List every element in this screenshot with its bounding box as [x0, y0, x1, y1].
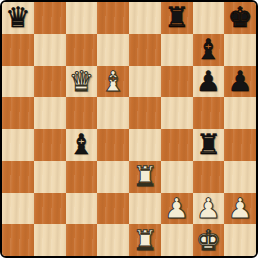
square-h1[interactable] [224, 224, 256, 256]
square-g2[interactable]: ♟ [193, 193, 225, 225]
square-d1[interactable] [97, 224, 129, 256]
square-h4[interactable] [224, 129, 256, 161]
square-g3[interactable] [193, 161, 225, 193]
square-d6[interactable]: ♝ [97, 66, 129, 98]
square-a5[interactable] [2, 97, 34, 129]
piece-black-queen-a8[interactable]: ♛ [5, 2, 30, 33]
square-c4[interactable]: ♝ [66, 129, 98, 161]
square-a6[interactable] [2, 66, 34, 98]
piece-white-bishop-d6[interactable]: ♝ [101, 66, 126, 97]
square-f8[interactable]: ♜ [161, 2, 193, 34]
square-h6[interactable]: ♟ [224, 66, 256, 98]
square-b3[interactable] [34, 161, 66, 193]
square-b4[interactable] [34, 129, 66, 161]
square-g5[interactable] [193, 97, 225, 129]
square-h2[interactable]: ♟ [224, 193, 256, 225]
piece-white-king-g1[interactable]: ♚ [196, 225, 221, 256]
chess-board: ♛♜♚♝♛♝♟♟♝♜♜♟♟♟♜♚ [2, 2, 256, 256]
square-b7[interactable] [34, 34, 66, 66]
piece-white-pawn-g2[interactable]: ♟ [196, 193, 221, 224]
square-h5[interactable] [224, 97, 256, 129]
piece-white-queen-c6[interactable]: ♛ [69, 66, 94, 97]
square-a8[interactable]: ♛ [2, 2, 34, 34]
piece-black-rook-g4[interactable]: ♜ [196, 129, 221, 160]
square-c5[interactable] [66, 97, 98, 129]
piece-white-pawn-h2[interactable]: ♟ [228, 193, 253, 224]
square-f1[interactable] [161, 224, 193, 256]
square-g8[interactable] [193, 2, 225, 34]
square-a2[interactable] [2, 193, 34, 225]
square-h3[interactable] [224, 161, 256, 193]
square-b8[interactable] [34, 2, 66, 34]
square-f7[interactable] [161, 34, 193, 66]
square-d2[interactable] [97, 193, 129, 225]
square-e2[interactable] [129, 193, 161, 225]
square-b6[interactable] [34, 66, 66, 98]
square-b2[interactable] [34, 193, 66, 225]
piece-black-rook-f8[interactable]: ♜ [164, 2, 189, 33]
square-d3[interactable] [97, 161, 129, 193]
piece-white-rook-e1[interactable]: ♜ [132, 225, 157, 256]
square-e1[interactable]: ♜ [129, 224, 161, 256]
square-c1[interactable] [66, 224, 98, 256]
square-e7[interactable] [129, 34, 161, 66]
square-g6[interactable]: ♟ [193, 66, 225, 98]
square-f3[interactable] [161, 161, 193, 193]
square-f6[interactable] [161, 66, 193, 98]
square-h7[interactable] [224, 34, 256, 66]
piece-black-pawn-h6[interactable]: ♟ [228, 66, 253, 97]
square-c2[interactable] [66, 193, 98, 225]
square-e5[interactable] [129, 97, 161, 129]
square-d8[interactable] [97, 2, 129, 34]
square-c8[interactable] [66, 2, 98, 34]
square-c3[interactable] [66, 161, 98, 193]
square-e3[interactable]: ♜ [129, 161, 161, 193]
square-e6[interactable] [129, 66, 161, 98]
square-b5[interactable] [34, 97, 66, 129]
piece-white-pawn-f2[interactable]: ♟ [164, 193, 189, 224]
piece-black-bishop-g7[interactable]: ♝ [196, 34, 221, 65]
square-a7[interactable] [2, 34, 34, 66]
square-e8[interactable] [129, 2, 161, 34]
square-c6[interactable]: ♛ [66, 66, 98, 98]
chess-board-frame: ♛♜♚♝♛♝♟♟♝♜♜♟♟♟♜♚ [0, 0, 258, 258]
piece-black-bishop-c4[interactable]: ♝ [69, 129, 94, 160]
square-f4[interactable] [161, 129, 193, 161]
piece-black-king-h8[interactable]: ♚ [228, 2, 253, 33]
square-a3[interactable] [2, 161, 34, 193]
square-d4[interactable] [97, 129, 129, 161]
square-g7[interactable]: ♝ [193, 34, 225, 66]
square-d7[interactable] [97, 34, 129, 66]
square-c7[interactable] [66, 34, 98, 66]
square-g1[interactable]: ♚ [193, 224, 225, 256]
square-b1[interactable] [34, 224, 66, 256]
square-a4[interactable] [2, 129, 34, 161]
square-e4[interactable] [129, 129, 161, 161]
square-h8[interactable]: ♚ [224, 2, 256, 34]
square-f5[interactable] [161, 97, 193, 129]
piece-white-rook-e3[interactable]: ♜ [132, 161, 157, 192]
piece-black-pawn-g6[interactable]: ♟ [196, 66, 221, 97]
square-g4[interactable]: ♜ [193, 129, 225, 161]
square-d5[interactable] [97, 97, 129, 129]
square-a1[interactable] [2, 224, 34, 256]
square-f2[interactable]: ♟ [161, 193, 193, 225]
